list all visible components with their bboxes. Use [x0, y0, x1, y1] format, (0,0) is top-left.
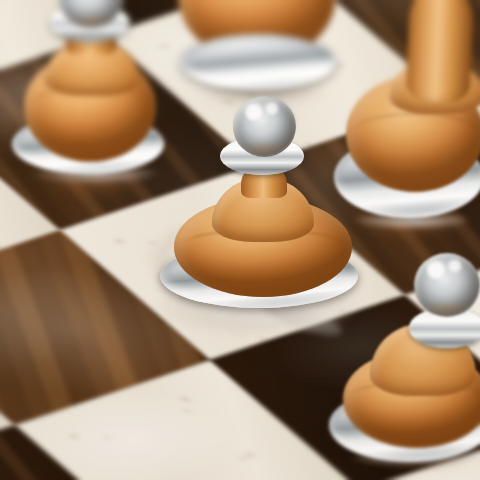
chess-set-photo [0, 0, 480, 480]
chessboard [0, 0, 480, 480]
